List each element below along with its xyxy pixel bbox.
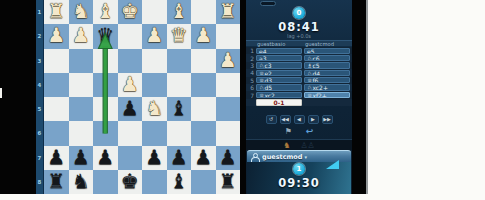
fast-rewind-button[interactable]: ◀◀	[280, 115, 291, 124]
square-g8[interactable]: ♞	[69, 170, 94, 194]
move-6-black[interactable]: ♘xc2+	[304, 84, 350, 90]
move-4-white[interactable]: ♕e2	[256, 70, 302, 76]
square-c8[interactable]: ♝	[167, 170, 192, 194]
square-c1[interactable]: ♝	[167, 0, 192, 24]
move-row-6: 6♘d5♘xc2+	[246, 84, 352, 91]
black-rook: ♜	[47, 171, 65, 191]
bezel-notch	[0, 88, 2, 98]
square-d5[interactable]: ♞	[142, 97, 167, 121]
board-grid: ♜♞♝♚♝♜♟♟♛♟♛♟♟♟♟♞♝♟♟♟♟♟♟♟♜♞♚♝♜	[44, 0, 240, 194]
move-number: 3	[246, 62, 256, 69]
turn-badge-top-value: 0	[297, 9, 302, 17]
square-d2[interactable]: ♟	[142, 24, 167, 48]
square-h4[interactable]	[44, 73, 69, 97]
caret-down-icon: ▾	[304, 154, 307, 160]
square-e4[interactable]: ♟	[118, 73, 143, 97]
square-g3[interactable]	[69, 49, 94, 73]
square-f8[interactable]	[93, 170, 118, 194]
square-g2[interactable]: ♟	[69, 24, 94, 48]
square-b7[interactable]: ♟	[191, 146, 216, 170]
black-pawn: ♟	[47, 147, 65, 167]
move-number: 2	[246, 55, 256, 62]
step-forward-button[interactable]: ▶	[308, 115, 319, 124]
square-d6[interactable]	[142, 121, 167, 145]
move-7-black[interactable]: ♕xf2+	[304, 92, 350, 98]
black-knight: ♞	[72, 171, 90, 191]
square-f4[interactable]	[93, 73, 118, 97]
captured-pawns-icon: ♙♙	[300, 141, 314, 150]
move-5-black[interactable]: ♕f6	[304, 77, 350, 83]
move-row-4: 4♕e2♘d4	[246, 69, 352, 76]
rank-label-8: 8	[37, 175, 41, 190]
square-h2[interactable]: ♟	[44, 24, 69, 48]
square-f1[interactable]: ♝	[93, 0, 118, 24]
square-g4[interactable]	[69, 73, 94, 97]
resign-flag-icon[interactable]: ⚑	[285, 127, 292, 136]
turn-badge-bottom: 1	[293, 163, 305, 175]
white-pawn: ♟	[194, 25, 212, 45]
square-f6[interactable]	[93, 121, 118, 145]
black-pawn: ♟	[121, 98, 139, 118]
move-number: 1	[246, 47, 256, 54]
white-pawn: ♟	[219, 50, 237, 70]
square-d7[interactable]: ♟	[142, 146, 167, 170]
captured-pieces-tray: ♞ ♙♙	[246, 139, 352, 150]
square-f7[interactable]: ♟	[93, 146, 118, 170]
screen-edge-line	[366, 0, 368, 194]
move-4-black[interactable]: ♘d4	[304, 70, 350, 76]
square-d1[interactable]	[142, 0, 167, 24]
square-c7[interactable]: ♟	[167, 146, 192, 170]
black-pawn: ♟	[194, 147, 212, 167]
square-g5[interactable]	[69, 97, 94, 121]
square-b4[interactable]	[191, 73, 216, 97]
rank-label-2: 2	[37, 29, 41, 44]
black-pawn: ♟	[170, 147, 188, 167]
move-5-white[interactable]: ♕d3	[256, 77, 302, 83]
restart-button[interactable]: ↺	[266, 115, 277, 124]
rank-label-6: 6	[37, 126, 41, 141]
black-pawn: ♟	[219, 147, 237, 167]
square-g1[interactable]: ♞	[69, 0, 94, 24]
white-bishop: ♝	[96, 1, 114, 21]
drawer-handle-icon[interactable]	[260, 1, 276, 6]
action-buttons: ⚑ ↩	[246, 127, 352, 136]
move-number: 4	[246, 69, 256, 76]
square-c5[interactable]: ♝	[167, 97, 192, 121]
square-d8[interactable]	[142, 170, 167, 194]
page: 12345678 ♜♞♝♚♝♜♟♟♛♟♛♟♟♟♟♞♝♟♟♟♟♟♟♟♜♞♚♝♜ 0…	[0, 0, 485, 200]
move-7-white[interactable]: ♕xc2	[256, 92, 302, 98]
black-pawn: ♟	[145, 147, 163, 167]
chess-board[interactable]: ♜♞♝♚♝♜♟♟♛♟♛♟♟♟♟♞♝♟♟♟♟♟♟♟♜♞♚♝♜	[44, 0, 240, 194]
rank-label-3: 3	[37, 53, 41, 68]
takeback-undo-icon[interactable]: ↩	[306, 127, 314, 136]
black-pawn: ♟	[72, 147, 90, 167]
square-h7[interactable]: ♟	[44, 146, 69, 170]
square-e8[interactable]: ♚	[118, 170, 143, 194]
white-pawn: ♟	[72, 25, 90, 45]
white-knight: ♞	[72, 1, 90, 21]
turn-badge-top: 0	[293, 7, 305, 19]
move-row-1: 1e4e5	[246, 47, 352, 54]
move-row-3: 3♘c3♗c5	[246, 62, 352, 69]
move-2-white[interactable]: a3	[256, 55, 302, 61]
side-panel: 0 08:41 lag +0.0s guestbasio guestcmod 1…	[246, 0, 352, 194]
move-6-white[interactable]: ♘d5	[256, 84, 302, 90]
square-a5[interactable]	[216, 97, 241, 121]
square-h8[interactable]: ♜	[44, 170, 69, 194]
move-row-2: 2a3♘c6	[246, 54, 352, 61]
playback-controls: ↺◀◀◀▶▶▶	[246, 115, 352, 124]
rank-label-5: 5	[37, 102, 41, 117]
black-queen: ♛	[96, 25, 114, 45]
square-a7[interactable]: ♟	[216, 146, 241, 170]
game-result: 0-1	[256, 99, 302, 105]
black-pawn: ♟	[96, 147, 114, 167]
move-row-7: 7♕xc2♕xf2+	[246, 91, 352, 98]
turn-badge-bottom-value: 1	[297, 165, 302, 173]
empty-move-cell	[304, 99, 350, 105]
move-number: 5	[246, 77, 256, 84]
move-3-black[interactable]: ♗c5	[304, 62, 350, 68]
square-e2[interactable]	[118, 24, 143, 48]
move-number: 7	[246, 92, 256, 99]
black-rook: ♜	[219, 171, 237, 191]
square-g7[interactable]: ♟	[69, 146, 94, 170]
square-b2[interactable]: ♟	[191, 24, 216, 48]
captured-knight-icon: ♞	[283, 141, 290, 150]
move-number: 6	[246, 84, 256, 91]
square-d4[interactable]	[142, 73, 167, 97]
square-c6[interactable]	[167, 121, 192, 145]
rank-labels: 12345678	[36, 0, 44, 194]
square-g6[interactable]	[69, 121, 94, 145]
bottom-clock: 09:30	[247, 176, 351, 190]
rank-label-7: 7	[37, 150, 41, 165]
square-b3[interactable]	[191, 49, 216, 73]
square-b1[interactable]	[191, 0, 216, 24]
move-1-white[interactable]: e4	[256, 48, 302, 54]
expand-triangle-icon[interactable]	[326, 160, 339, 169]
white-king: ♚	[121, 1, 139, 21]
square-b6[interactable]	[191, 121, 216, 145]
square-a4[interactable]	[216, 73, 241, 97]
square-c3[interactable]	[167, 49, 192, 73]
square-f2[interactable]: ♛	[93, 24, 118, 48]
square-b8[interactable]	[191, 170, 216, 194]
black-bishop: ♝	[170, 171, 188, 191]
rank-label-1: 1	[37, 5, 41, 20]
square-b5[interactable]	[191, 97, 216, 121]
rank-label-4: 4	[37, 78, 41, 93]
bottom-clock-area: 1 09:30	[247, 162, 351, 194]
square-f5[interactable]	[93, 97, 118, 121]
square-a3[interactable]: ♟	[216, 49, 241, 73]
move-list: 1e4e52a3♘c63♘c3♗c54♕e2♘d45♕d3♕f66♘d5♘xc2…	[246, 47, 352, 106]
square-h6[interactable]	[44, 121, 69, 145]
white-bishop: ♝	[170, 1, 188, 21]
square-h1[interactable]: ♜	[44, 0, 69, 24]
square-a8[interactable]: ♜	[216, 170, 241, 194]
step-back-button[interactable]: ◀	[294, 115, 305, 124]
lag-label: lag +0.0s	[273, 33, 326, 39]
square-c4[interactable]	[167, 73, 192, 97]
square-d3[interactable]	[142, 49, 167, 73]
square-e1[interactable]: ♚	[118, 0, 143, 24]
bottom-player-name: guestcmod	[262, 153, 302, 161]
square-h3[interactable]	[44, 49, 69, 73]
player-avatar-icon	[251, 153, 259, 161]
white-rook: ♜	[219, 1, 237, 21]
move-row-5: 5♕d3♕f6	[246, 77, 352, 84]
black-player-name: guestcmod	[305, 41, 334, 47]
square-e7[interactable]	[118, 146, 143, 170]
white-knight: ♞	[145, 98, 163, 118]
square-h5[interactable]	[44, 97, 69, 121]
phone-screen: 12345678 ♜♞♝♚♝♜♟♟♛♟♛♟♟♟♟♞♝♟♟♟♟♟♟♟♜♞♚♝♜ 0…	[0, 0, 366, 194]
square-e3[interactable]	[118, 49, 143, 73]
square-a6[interactable]	[216, 121, 241, 145]
square-f3[interactable]	[93, 49, 118, 73]
square-c2[interactable]: ♛	[167, 24, 192, 48]
white-pawn: ♟	[121, 74, 139, 94]
square-e6[interactable]	[118, 121, 143, 145]
square-e5[interactable]: ♟	[118, 97, 143, 121]
white-player-name: guestbasio	[257, 41, 285, 47]
move-2-black[interactable]: ♘c6	[304, 55, 350, 61]
white-pawn: ♟	[47, 25, 65, 45]
white-pawn: ♟	[145, 25, 163, 45]
square-a2[interactable]	[216, 24, 241, 48]
black-king: ♚	[121, 171, 139, 191]
white-queen: ♛	[170, 25, 188, 45]
result-row: 0-1	[246, 99, 352, 106]
top-clock: 08:41	[246, 20, 352, 34]
fast-forward-button[interactable]: ▶▶	[322, 115, 333, 124]
move-3-white[interactable]: ♘c3	[256, 62, 302, 68]
white-rook: ♜	[47, 1, 65, 21]
move-table-header: guestbasio guestcmod	[246, 40, 352, 47]
square-a1[interactable]: ♜	[216, 0, 241, 24]
black-bishop: ♝	[170, 98, 188, 118]
move-1-black[interactable]: e5	[304, 48, 350, 54]
